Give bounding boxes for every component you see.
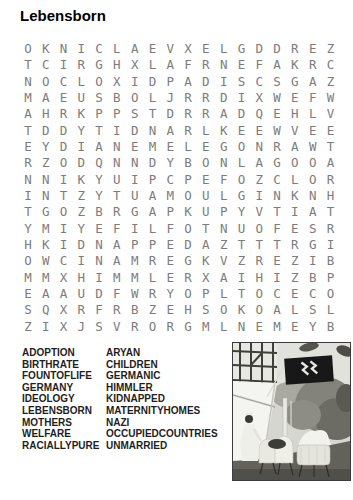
- grid-cell: C: [268, 286, 286, 302]
- word-list-item: WELFARE: [22, 428, 106, 440]
- grid-cell: I: [55, 172, 73, 188]
- grid-cell: I: [215, 74, 233, 90]
- grid-cell: M: [197, 319, 215, 335]
- grid-cell: E: [286, 319, 304, 335]
- word-list-item: FOUNTOFLIFE: [22, 370, 106, 382]
- grid-cell: T: [144, 106, 162, 122]
- grid-cell: G: [304, 237, 322, 253]
- grid-cell: T: [19, 123, 37, 139]
- grid-cell: E: [161, 303, 179, 319]
- grid-cell: G: [179, 319, 197, 335]
- grid-cell: O: [233, 139, 251, 155]
- grid-cell: P: [144, 237, 162, 253]
- grid-cell: L: [144, 90, 162, 106]
- grid-cell: Z: [286, 270, 304, 286]
- grid-cell: D: [72, 237, 90, 253]
- grid-cell: P: [161, 74, 179, 90]
- word-list-item: CHILDREN: [106, 359, 218, 371]
- word-list-item: LEBENSBORN: [22, 405, 106, 417]
- grid-cell: G: [268, 155, 286, 171]
- grid-cell: F: [268, 221, 286, 237]
- grid-cell: R: [268, 139, 286, 155]
- grid-cell: C: [268, 172, 286, 188]
- grid-cell: S: [126, 106, 144, 122]
- grid-cell: I: [55, 57, 73, 73]
- grid-cell: H: [250, 270, 268, 286]
- grid-cell: D: [37, 123, 55, 139]
- grid-cell: T: [233, 286, 251, 302]
- grid-cell: L: [72, 74, 90, 90]
- grid-cell: N: [90, 253, 108, 269]
- grid-cell: E: [286, 221, 304, 237]
- grid-cell: E: [126, 139, 144, 155]
- grid-cell: O: [250, 286, 268, 302]
- grid-cell: S: [304, 303, 322, 319]
- grid-cell: A: [268, 57, 286, 73]
- grid-cell: N: [250, 139, 268, 155]
- grid-cell: H: [108, 57, 126, 73]
- grid-cell: F: [179, 57, 197, 73]
- grid-cell: N: [268, 188, 286, 204]
- grid-cell: A: [55, 286, 73, 302]
- grid-cell: E: [161, 237, 179, 253]
- grid-cell: T: [108, 188, 126, 204]
- word-list-item: IDEOLOGY: [22, 393, 106, 405]
- grid-cell: L: [233, 155, 251, 171]
- grid-cell: Z: [233, 253, 251, 269]
- grid-cell: H: [72, 270, 90, 286]
- grid-cell: D: [55, 139, 73, 155]
- grid-cell: E: [304, 41, 322, 57]
- grid-cell: K: [197, 253, 215, 269]
- grid-cell: R: [322, 221, 340, 237]
- grid-cell: I: [322, 237, 340, 253]
- grid-cell: E: [250, 319, 268, 335]
- grid-cell: L: [215, 188, 233, 204]
- word-list-item: GERMANIC: [106, 370, 218, 382]
- grid-cell: S: [268, 74, 286, 90]
- word-list-item: BIRTHRATE: [22, 359, 106, 371]
- grid-cell: R: [19, 155, 37, 171]
- grid-cell: P: [161, 204, 179, 220]
- page-title: Lebensborn: [20, 7, 106, 24]
- grid-cell: R: [250, 253, 268, 269]
- grid-cell: A: [144, 188, 162, 204]
- grid-cell: N: [19, 172, 37, 188]
- grid-cell: P: [197, 286, 215, 302]
- grid-cell: O: [304, 155, 322, 171]
- grid-cell: C: [304, 286, 322, 302]
- grid-cell: B: [304, 270, 322, 286]
- grid-cell: R: [179, 90, 197, 106]
- grid-cell: L: [144, 57, 162, 73]
- grid-cell: D: [72, 155, 90, 171]
- grid-cell: I: [55, 221, 73, 237]
- grid-cell: D: [126, 123, 144, 139]
- grid-cell: N: [304, 188, 322, 204]
- grid-cell: U: [197, 204, 215, 220]
- grid-cell: K: [286, 188, 304, 204]
- grid-cell: R: [72, 57, 90, 73]
- grid-cell: I: [233, 90, 251, 106]
- grid-cell: M: [19, 90, 37, 106]
- grid-cell: A: [268, 303, 286, 319]
- grid-cell: G: [179, 253, 197, 269]
- grid-cell: K: [72, 106, 90, 122]
- grid-cell: L: [108, 41, 126, 57]
- grid-cell: A: [197, 237, 215, 253]
- grid-cell: O: [322, 286, 340, 302]
- grid-cell: H: [179, 303, 197, 319]
- grid-cell: E: [19, 139, 37, 155]
- grid-cell: B: [126, 303, 144, 319]
- grid-cell: T: [233, 237, 251, 253]
- grid-cell: R: [72, 303, 90, 319]
- grid-cell: M: [108, 270, 126, 286]
- grid-cell: B: [179, 155, 197, 171]
- grid-cell: N: [233, 319, 251, 335]
- grid-cell: S: [304, 221, 322, 237]
- grid-cell: X: [179, 41, 197, 57]
- grid-cell: H: [286, 106, 304, 122]
- grid-cell: T: [19, 204, 37, 220]
- grid-cell: Y: [72, 221, 90, 237]
- grid-cell: O: [197, 155, 215, 171]
- grid-cell: D: [250, 41, 268, 57]
- grid-cell: R: [144, 253, 162, 269]
- grid-cell: F: [108, 221, 126, 237]
- grid-cell: L: [144, 221, 162, 237]
- grid-cell: N: [90, 237, 108, 253]
- grid-cell: P: [90, 106, 108, 122]
- grid-cell: R: [286, 237, 304, 253]
- grid-cell: B: [322, 253, 340, 269]
- grid-cell: D: [233, 106, 251, 122]
- grid-cell: T: [90, 123, 108, 139]
- grid-cell: Y: [90, 188, 108, 204]
- grid-cell: S: [197, 303, 215, 319]
- grid-cell: C: [55, 253, 73, 269]
- grid-cell: P: [108, 106, 126, 122]
- grid-cell: D: [215, 90, 233, 106]
- grid-cell: N: [55, 41, 73, 57]
- grid-cell: C: [250, 74, 268, 90]
- grid-cell: Y: [90, 172, 108, 188]
- grid-cell: M: [37, 270, 55, 286]
- grid-cell: F: [108, 286, 126, 302]
- grid-cell: O: [215, 303, 233, 319]
- grid-cell: A: [161, 57, 179, 73]
- word-list: ADOPTIONBIRTHRATEFOUNTOFLIFEGERMANYIDEOL…: [22, 347, 218, 451]
- grid-cell: E: [286, 90, 304, 106]
- grid-cell: D: [90, 286, 108, 302]
- grid-cell: L: [286, 303, 304, 319]
- grid-cell: X: [250, 90, 268, 106]
- grid-cell: A: [215, 270, 233, 286]
- grid-cell: D: [144, 155, 162, 171]
- grid-cell: C: [161, 172, 179, 188]
- grid-cell: E: [19, 286, 37, 302]
- grid-cell: I: [126, 172, 144, 188]
- grid-cell: R: [126, 319, 144, 335]
- grid-cell: Z: [144, 303, 162, 319]
- grid-cell: R: [197, 90, 215, 106]
- grid-cell: E: [90, 221, 108, 237]
- grid-cell: J: [72, 319, 90, 335]
- grid-cell: A: [161, 123, 179, 139]
- grid-cell: W: [37, 253, 55, 269]
- grid-cell: N: [215, 221, 233, 237]
- grid-cell: Y: [37, 139, 55, 155]
- worksheet-page: Lebensborn OKNICLAEVXELGDDREZTCIRGHXLAFR…: [0, 0, 353, 500]
- grid-cell: M: [19, 270, 37, 286]
- grid-cell: Y: [233, 204, 251, 220]
- grid-cell: L: [215, 41, 233, 57]
- grid-cell: Q: [37, 303, 55, 319]
- grid-cell: E: [161, 270, 179, 286]
- grid-cell: O: [55, 204, 73, 220]
- grid-cell: R: [197, 57, 215, 73]
- grid-cell: U: [72, 286, 90, 302]
- word-list-item: MOTHERS: [22, 417, 106, 429]
- ss-flag: [284, 355, 334, 384]
- grid-cell: M: [161, 188, 179, 204]
- grid-cell: K: [72, 172, 90, 188]
- grid-cell: D: [55, 123, 73, 139]
- grid-cell: K: [37, 237, 55, 253]
- grid-cell: M: [37, 221, 55, 237]
- grid-cell: G: [233, 41, 251, 57]
- grid-cell: E: [197, 139, 215, 155]
- grid-cell: O: [55, 155, 73, 171]
- grid-cell: O: [179, 221, 197, 237]
- grid-cell: K: [233, 303, 251, 319]
- grid-cell: G: [37, 204, 55, 220]
- grid-cell: I: [55, 237, 73, 253]
- grid-cell: T: [268, 237, 286, 253]
- grid-cell: X: [126, 57, 144, 73]
- grid-cell: V: [286, 123, 304, 139]
- grid-cell: L: [215, 286, 233, 302]
- grid-cell: E: [286, 286, 304, 302]
- word-list-item: RACIALLYPURE: [22, 440, 106, 452]
- grid-cell: S: [90, 90, 108, 106]
- grid-cell: V: [161, 41, 179, 57]
- word-list-item: NAZI: [106, 417, 218, 429]
- grid-cell: T: [250, 237, 268, 253]
- grid-cell: L: [179, 139, 197, 155]
- lebensborn-photo: [232, 342, 351, 481]
- word-list-column-2: ARYANCHILDRENGERMANICHIMMLERKIDNAPPEDMAT…: [106, 347, 218, 451]
- grid-cell: A: [304, 204, 322, 220]
- grid-cell: R: [179, 106, 197, 122]
- grid-cell: U: [72, 90, 90, 106]
- grid-cell: R: [179, 270, 197, 286]
- grid-cell: A: [286, 139, 304, 155]
- grid-cell: N: [126, 155, 144, 171]
- grid-cell: K: [37, 41, 55, 57]
- grid-cell: P: [126, 237, 144, 253]
- grid-cell: I: [126, 74, 144, 90]
- grid-cell: K: [179, 204, 197, 220]
- grid-cell: E: [268, 106, 286, 122]
- grid-cell: R: [179, 123, 197, 139]
- grid-cell: R: [55, 106, 73, 122]
- grid-cell: C: [37, 57, 55, 73]
- grid-cell: O: [179, 286, 197, 302]
- grid-cell: I: [233, 270, 251, 286]
- grid-cell: W: [268, 90, 286, 106]
- grid-cell: Z: [322, 41, 340, 57]
- grid-cell: Z: [322, 74, 340, 90]
- grid-cell: L: [286, 172, 304, 188]
- grid-cell: U: [126, 188, 144, 204]
- grid-cell: Z: [286, 253, 304, 269]
- grid-cell: O: [304, 172, 322, 188]
- grid-cell: E: [197, 41, 215, 57]
- grid-cell: B: [322, 319, 340, 335]
- word-list-item: GERMANY: [22, 382, 106, 394]
- grid-cell: B: [90, 204, 108, 220]
- grid-cell: X: [55, 319, 73, 335]
- grid-cell: S: [19, 303, 37, 319]
- grid-cell: I: [72, 139, 90, 155]
- grid-cell: E: [55, 90, 73, 106]
- grid-cell: R: [161, 319, 179, 335]
- grid-cell: Z: [215, 237, 233, 253]
- grid-cell: X: [55, 270, 73, 286]
- grid-cell: A: [19, 106, 37, 122]
- grid-cell: O: [19, 41, 37, 57]
- grid-cell: I: [90, 270, 108, 286]
- grid-cell: I: [126, 221, 144, 237]
- grid-cell: C: [55, 74, 73, 90]
- grid-cell: K: [286, 57, 304, 73]
- grid-cell: N: [19, 74, 37, 90]
- grid-cell: O: [19, 253, 37, 269]
- grid-cell: G: [126, 204, 144, 220]
- word-list-item: ADOPTION: [22, 347, 106, 359]
- wordsearch-grid: OKNICLAEVXELGDDREZTCIRGHXLAFRNEFAKRCNOCL…: [19, 41, 339, 335]
- grid-cell: C: [90, 41, 108, 57]
- grid-cell: L: [322, 303, 340, 319]
- grid-cell: A: [215, 106, 233, 122]
- grid-cell: A: [322, 155, 340, 171]
- grid-cell: I: [37, 319, 55, 335]
- grid-cell: X: [55, 303, 73, 319]
- grid-cell: R: [197, 106, 215, 122]
- grid-cell: L: [197, 123, 215, 139]
- grid-cell: F: [215, 172, 233, 188]
- grid-cell: P: [179, 172, 197, 188]
- grid-cell: P: [144, 172, 162, 188]
- grid-cell: I: [304, 253, 322, 269]
- grid-cell: X: [197, 270, 215, 286]
- grid-cell: M: [268, 319, 286, 335]
- grid-cell: Y: [19, 221, 37, 237]
- grid-cell: N: [108, 155, 126, 171]
- grid-cell: T: [322, 204, 340, 220]
- grid-cell: R: [322, 172, 340, 188]
- grid-cell: Z: [19, 319, 37, 335]
- grid-cell: Z: [250, 172, 268, 188]
- grid-cell: N: [215, 155, 233, 171]
- grid-cell: D: [161, 106, 179, 122]
- grid-cell: I: [72, 253, 90, 269]
- grid-cell: Z: [72, 188, 90, 204]
- grid-cell: F: [161, 221, 179, 237]
- grid-cell: A: [179, 74, 197, 90]
- grid-cell: R: [108, 303, 126, 319]
- grid-cell: E: [268, 253, 286, 269]
- grid-cell: R: [144, 286, 162, 302]
- grid-cell: M: [144, 139, 162, 155]
- word-list-item: KIDNAPPED: [106, 393, 218, 405]
- grid-cell: I: [268, 270, 286, 286]
- grid-cell: S: [90, 319, 108, 335]
- grid-cell: A: [108, 237, 126, 253]
- grid-cell: C: [322, 57, 340, 73]
- grid-cell: F: [304, 90, 322, 106]
- grid-cell: L: [215, 319, 233, 335]
- grid-cell: T: [268, 204, 286, 220]
- grid-cell: O: [233, 172, 251, 188]
- grid-cell: I: [72, 41, 90, 57]
- grid-cell: N: [37, 188, 55, 204]
- grid-cell: H: [37, 106, 55, 122]
- grid-cell: Q: [250, 106, 268, 122]
- grid-cell: E: [233, 123, 251, 139]
- word-list-item: OCCUPIEDCOUNTRIES: [106, 428, 218, 440]
- grid-cell: S: [233, 74, 251, 90]
- grid-cell: V: [250, 204, 268, 220]
- grid-cell: Y: [161, 286, 179, 302]
- grid-cell: A: [90, 139, 108, 155]
- grid-cell: E: [322, 123, 340, 139]
- grid-cell: O: [126, 90, 144, 106]
- grid-cell: G: [286, 74, 304, 90]
- grid-cell: N: [144, 123, 162, 139]
- grid-cell: Y: [72, 123, 90, 139]
- grid-cell: V: [322, 106, 340, 122]
- grid-cell: K: [215, 123, 233, 139]
- grid-cell: I: [19, 188, 37, 204]
- grid-cell: U: [197, 188, 215, 204]
- grid-cell: Q: [90, 155, 108, 171]
- grid-cell: E: [197, 172, 215, 188]
- grid-cell: W: [322, 90, 340, 106]
- grid-cell: A: [37, 90, 55, 106]
- grid-cell: O: [286, 155, 304, 171]
- grid-cell: I: [250, 188, 268, 204]
- grid-cell: P: [322, 270, 340, 286]
- grid-cell: N: [215, 57, 233, 73]
- photo-illustration: [233, 343, 350, 480]
- grid-cell: R: [286, 41, 304, 57]
- grid-cell: P: [215, 204, 233, 220]
- grid-cell: T: [19, 57, 37, 73]
- grid-cell: H: [322, 188, 340, 204]
- word-list-item: HIMMLER: [106, 382, 218, 394]
- grid-cell: N: [108, 139, 126, 155]
- grid-cell: A: [37, 286, 55, 302]
- grid-cell: Z: [72, 204, 90, 220]
- grid-cell: E: [233, 57, 251, 73]
- grid-cell: X: [108, 74, 126, 90]
- word-list-column-1: ADOPTIONBIRTHRATEFOUNTOFLIFEGERMANYIDEOL…: [22, 347, 106, 451]
- grid-cell: G: [90, 57, 108, 73]
- grid-cell: L: [144, 270, 162, 286]
